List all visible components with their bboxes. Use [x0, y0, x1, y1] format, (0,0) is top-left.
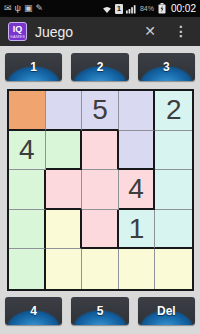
cell-r1c4[interactable]: [155, 131, 192, 171]
sim-slot-badge: 1: [115, 4, 123, 14]
cell-r0c1[interactable]: [46, 91, 83, 131]
cell-r4c1[interactable]: [46, 249, 83, 289]
battery-icon: [158, 3, 166, 14]
app-logo-text: IQ: [13, 25, 23, 34]
cell-r0c2[interactable]: 5: [82, 91, 119, 131]
cell-r4c0[interactable]: [9, 249, 46, 289]
screenshot-icon: ▣: [24, 0, 33, 17]
cell-r0c0[interactable]: [9, 91, 46, 131]
cell-r1c1[interactable]: [46, 131, 83, 171]
cell-r2c4[interactable]: [155, 170, 192, 210]
digit-4-button[interactable]: 4: [5, 297, 62, 325]
cell-r2c2[interactable]: [82, 170, 119, 210]
cell-r3c2[interactable]: [82, 210, 119, 250]
cell-r1c3[interactable]: [119, 131, 156, 171]
cell-r3c3[interactable]: 1: [119, 210, 156, 250]
close-icon[interactable]: ✕: [138, 17, 162, 46]
app-logo-subtext: GAMES: [10, 34, 25, 39]
delete-button[interactable]: Del: [138, 297, 195, 325]
phone-screen: ✉ ψ ▣ ✎ 1 84% 00:02 IQ GAMES Juego ✕ ⋮: [0, 0, 200, 334]
digit-2-button[interactable]: 2: [71, 53, 128, 81]
usb-icon: ψ: [15, 0, 21, 17]
cell-r2c1[interactable]: [46, 170, 83, 210]
cell-r4c3[interactable]: [119, 249, 156, 289]
cell-r2c3[interactable]: 4: [119, 170, 156, 210]
cell-r1c0[interactable]: 4: [9, 131, 46, 171]
cell-r3c1[interactable]: [46, 210, 83, 250]
message-icon: ✉: [4, 0, 12, 17]
cell-r3c4[interactable]: [155, 210, 192, 250]
cell-r0c4[interactable]: 2: [155, 91, 192, 131]
app-bar: IQ GAMES Juego ✕ ⋮: [0, 17, 200, 46]
battery-percent: 84%: [140, 5, 154, 12]
overflow-menu-icon[interactable]: ⋮: [170, 17, 192, 46]
app-logo: IQ GAMES: [8, 22, 27, 41]
clipboard-icon: ✎: [35, 0, 43, 17]
cell-r0c3[interactable]: [119, 91, 156, 131]
number-buttons-top: 1 2 3: [0, 53, 200, 81]
number-buttons-bottom: 4 5 Del: [0, 297, 200, 325]
wifi-icon: [102, 4, 112, 14]
cell-r3c0[interactable]: [9, 210, 46, 250]
digit-3-button[interactable]: 3: [138, 53, 195, 81]
status-bar: ✉ ψ ▣ ✎ 1 84% 00:02: [0, 0, 200, 17]
cell-r2c0[interactable]: [9, 170, 46, 210]
digit-1-button[interactable]: 1: [5, 53, 62, 81]
cell-r1c2[interactable]: [82, 131, 119, 171]
signal-strength-icon: [126, 4, 136, 14]
cell-r4c2[interactable]: [82, 249, 119, 289]
sudoku-board: 52441: [7, 89, 194, 291]
cell-r4c4[interactable]: [155, 249, 192, 289]
clock: 00:02: [171, 3, 196, 14]
page-title: Juego: [35, 24, 138, 40]
digit-5-button[interactable]: 5: [71, 297, 128, 325]
